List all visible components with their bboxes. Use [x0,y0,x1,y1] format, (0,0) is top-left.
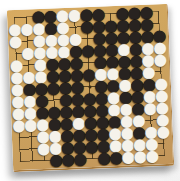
go-board[interactable]: ●●●●●●●●●●●●●●●●●●●●●●●●●●●●●●●●●●●●●●●●… [7,4,174,172]
black-stone: ● [74,152,88,166]
photo-background: ●●●●●●●●●●●●●●●●●●●●●●●●●●●●●●●●●●●●●●●●… [0,0,180,181]
white-stone: ● [154,53,168,67]
white-stone: ● [146,149,160,163]
white-stone: ● [157,125,171,139]
